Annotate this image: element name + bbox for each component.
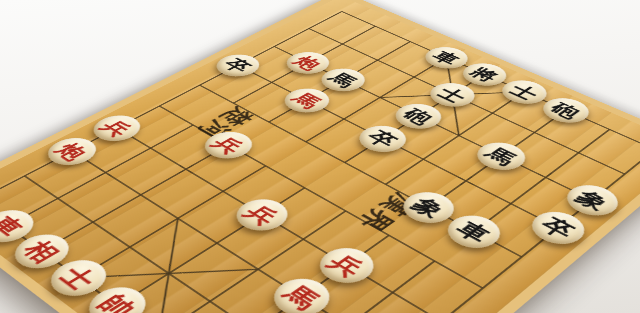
piece-glyph: 象	[408, 195, 449, 220]
piece-glyph: 士	[56, 263, 101, 292]
piece-glyph: 卒	[537, 215, 579, 241]
piece-glyph: 象	[572, 188, 613, 213]
piece-glyph: 士	[506, 82, 542, 101]
xiangqi-board: 楚河 漢界 車將士砲士炮馬砲馬象卒馬卒卒象車兵兵兵兵炮馬車相士帥士相	[0, 0, 640, 313]
piece-glyph: 砲	[548, 100, 585, 120]
piece-glyph: 相	[20, 237, 64, 265]
board-perspective-scene: 楚河 漢界 車將士砲士炮馬砲馬象卒馬卒卒象車兵兵兵兵炮馬車相士帥士相	[0, 0, 640, 313]
piece-glyph: 兵	[209, 134, 248, 156]
piece-glyph: 馬	[279, 282, 325, 313]
piece-glyph: 帥	[94, 290, 140, 313]
piece-glyph: 士	[434, 85, 470, 104]
piece-glyph: 車	[0, 213, 29, 239]
piece-glyph: 兵	[241, 202, 283, 228]
piece-glyph: 馬	[325, 70, 361, 89]
piece-glyph: 卒	[363, 128, 401, 150]
piece-glyph: 將	[467, 65, 502, 83]
piece-glyph: 炮	[52, 140, 91, 162]
piece-glyph: 兵	[98, 118, 136, 139]
piece-glyph: 車	[453, 218, 496, 245]
piece-glyph: 炮	[291, 54, 326, 72]
piece-glyph: 卒	[220, 56, 255, 74]
piece-glyph: 馬	[289, 91, 326, 111]
piece-glyph: 馬	[482, 145, 521, 168]
piece-glyph: 車	[429, 49, 464, 67]
piece-glyph: 兵	[325, 251, 369, 280]
photo-backdrop: 楚河 漢界 車將士砲士炮馬砲馬象卒馬卒卒象車兵兵兵兵炮馬車相士帥士相	[0, 0, 640, 313]
piece-glyph: 砲	[400, 106, 437, 126]
